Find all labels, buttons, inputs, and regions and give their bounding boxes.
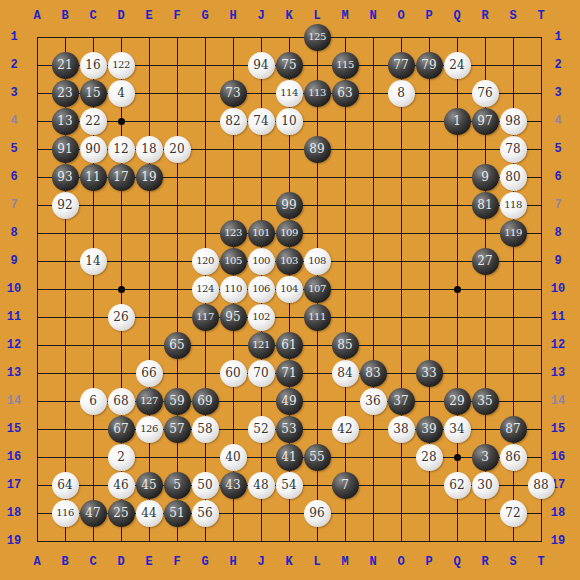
stone-white-62-Q17: 62	[444, 472, 471, 499]
stone-black-83-N13: 83	[360, 360, 387, 387]
row-label-left-9: 9	[10, 255, 17, 267]
col-label-bottom-K: K	[285, 556, 292, 568]
stone-black-91-B5: 91	[52, 136, 79, 163]
stone-black-57-F15: 57	[164, 416, 191, 443]
row-label-left-7: 7	[10, 199, 17, 211]
stone-white-58-G15: 58	[192, 416, 219, 443]
stone-black-5-F17: 5	[164, 472, 191, 499]
col-label-top-B: B	[61, 10, 68, 22]
stone-white-38-O15: 38	[388, 416, 415, 443]
row-label-left-6: 6	[10, 171, 17, 183]
stone-white-10-K4: 10	[276, 108, 303, 135]
stone-black-113-L3: 113	[304, 80, 331, 107]
col-label-bottom-J: J	[257, 556, 264, 568]
stone-black-7-M17: 7	[332, 472, 359, 499]
col-label-bottom-H: H	[229, 556, 236, 568]
stone-white-96-L18: 96	[304, 500, 331, 527]
stone-white-22-C4: 22	[80, 108, 107, 135]
stone-white-68-D14: 68	[108, 388, 135, 415]
col-label-bottom-A: A	[33, 556, 40, 568]
stone-white-20-F5: 20	[164, 136, 191, 163]
stone-black-67-D15: 67	[108, 416, 135, 443]
stone-black-63-M3: 63	[332, 80, 359, 107]
col-label-top-D: D	[117, 10, 124, 22]
row-label-left-14: 14	[7, 395, 21, 407]
stone-black-49-K14: 49	[276, 388, 303, 415]
row-label-left-2: 2	[10, 59, 17, 71]
stone-black-79-P2: 79	[416, 52, 443, 79]
stone-white-84-M13: 84	[332, 360, 359, 387]
col-label-top-A: A	[33, 10, 40, 22]
col-label-top-J: J	[257, 10, 264, 22]
stone-white-114-K3: 114	[276, 80, 303, 107]
stone-white-106-J10: 106	[248, 276, 275, 303]
row-label-left-3: 3	[10, 87, 17, 99]
stone-black-55-L16: 55	[304, 444, 331, 471]
stone-white-60-H13: 60	[220, 360, 247, 387]
col-label-bottom-B: B	[61, 556, 68, 568]
stone-white-24-Q2: 24	[444, 52, 471, 79]
stone-white-118-S7: 118	[500, 192, 527, 219]
stone-black-77-O2: 77	[388, 52, 415, 79]
stone-black-23-B3: 23	[52, 80, 79, 107]
col-label-bottom-F: F	[173, 556, 180, 568]
stone-white-70-J13: 70	[248, 360, 275, 387]
stone-black-125-L1: 125	[304, 24, 331, 51]
stone-white-46-D17: 46	[108, 472, 135, 499]
stone-black-75-K2: 75	[276, 52, 303, 79]
stone-black-119-S8: 119	[500, 220, 527, 247]
stone-white-92-B7: 92	[52, 192, 79, 219]
row-label-left-16: 16	[7, 451, 21, 463]
stone-white-82-H4: 82	[220, 108, 247, 135]
stone-white-98-S4: 98	[500, 108, 527, 135]
row-label-left-17: 17	[7, 479, 21, 491]
col-label-top-N: N	[369, 10, 376, 22]
stone-black-29-Q14: 29	[444, 388, 471, 415]
stone-white-52-J15: 52	[248, 416, 275, 443]
stone-white-90-C5: 90	[80, 136, 107, 163]
stone-white-124-G10: 124	[192, 276, 219, 303]
col-label-top-T: T	[537, 10, 544, 22]
row-label-right-5: 5	[554, 143, 561, 155]
stone-black-61-K12: 61	[276, 332, 303, 359]
col-label-bottom-G: G	[201, 556, 208, 568]
stones-layer[interactable]: 1234567891011121314151617181920212223242…	[23, 23, 555, 555]
stone-black-35-R14: 35	[472, 388, 499, 415]
col-label-top-E: E	[145, 10, 152, 22]
stone-white-36-N14: 36	[360, 388, 387, 415]
stone-black-115-M2: 115	[332, 52, 359, 79]
row-label-left-13: 13	[7, 367, 21, 379]
stone-white-14-C9: 14	[80, 248, 107, 275]
stone-black-27-R9: 27	[472, 248, 499, 275]
stone-white-30-R17: 30	[472, 472, 499, 499]
stone-white-110-H10: 110	[220, 276, 247, 303]
stone-black-15-C3: 15	[80, 80, 107, 107]
stone-white-72-S18: 72	[500, 500, 527, 527]
stone-black-43-H17: 43	[220, 472, 247, 499]
col-label-top-Q: Q	[453, 10, 460, 22]
stone-black-123-H8: 123	[220, 220, 247, 247]
go-board[interactable]: AABBCCDDEEFFGGHHJJKKLLMMNNOOPPQQRRSSTT11…	[0, 0, 580, 580]
row-label-left-4: 4	[10, 115, 17, 127]
stone-black-105-H9: 105	[220, 248, 247, 275]
stone-black-87-S15: 87	[500, 416, 527, 443]
row-label-left-19: 19	[7, 535, 21, 547]
stone-white-108-L9: 108	[304, 248, 331, 275]
stone-black-13-B4: 13	[52, 108, 79, 135]
stone-black-65-F12: 65	[164, 332, 191, 359]
col-label-bottom-O: O	[397, 556, 404, 568]
stone-white-102-J11: 102	[248, 304, 275, 331]
stone-white-74-J4: 74	[248, 108, 275, 135]
stone-black-37-O14: 37	[388, 388, 415, 415]
row-label-right-8: 8	[554, 227, 561, 239]
stone-white-44-E18: 44	[136, 500, 163, 527]
col-label-bottom-T: T	[537, 556, 544, 568]
row-label-right-9: 9	[554, 255, 561, 267]
stone-black-41-K16: 41	[276, 444, 303, 471]
stone-white-54-K17: 54	[276, 472, 303, 499]
col-label-top-C: C	[89, 10, 96, 22]
col-label-bottom-N: N	[369, 556, 376, 568]
col-label-top-H: H	[229, 10, 236, 22]
stone-white-120-G9: 120	[192, 248, 219, 275]
col-label-top-O: O	[397, 10, 404, 22]
col-label-bottom-L: L	[313, 556, 320, 568]
stone-black-9-R6: 9	[472, 164, 499, 191]
stone-black-3-R16: 3	[472, 444, 499, 471]
stone-black-19-E6: 19	[136, 164, 163, 191]
row-label-left-10: 10	[7, 283, 21, 295]
stone-black-1-Q4: 1	[444, 108, 471, 135]
row-label-left-11: 11	[7, 311, 21, 323]
stone-black-93-B6: 93	[52, 164, 79, 191]
row-label-right-3: 3	[554, 87, 561, 99]
col-label-top-R: R	[481, 10, 488, 22]
row-label-left-5: 5	[10, 143, 17, 155]
stone-white-104-K10: 104	[276, 276, 303, 303]
stone-white-26-D11: 26	[108, 304, 135, 331]
stone-black-97-R4: 97	[472, 108, 499, 135]
stone-black-17-D6: 17	[108, 164, 135, 191]
stone-black-73-H3: 73	[220, 80, 247, 107]
stone-white-8-O3: 8	[388, 80, 415, 107]
stone-white-42-M15: 42	[332, 416, 359, 443]
row-label-right-6: 6	[554, 171, 561, 183]
row-label-left-8: 8	[10, 227, 17, 239]
stone-black-117-G11: 117	[192, 304, 219, 331]
stone-black-47-C18: 47	[80, 500, 107, 527]
stone-white-126-E15: 126	[136, 416, 163, 443]
stone-white-34-Q15: 34	[444, 416, 471, 443]
stone-black-85-M12: 85	[332, 332, 359, 359]
stone-black-25-D18: 25	[108, 500, 135, 527]
stone-black-81-R7: 81	[472, 192, 499, 219]
row-label-right-1: 1	[554, 31, 561, 43]
stone-white-18-E5: 18	[136, 136, 163, 163]
stone-black-95-H11: 95	[220, 304, 247, 331]
stone-white-94-J2: 94	[248, 52, 275, 79]
row-label-right-4: 4	[554, 115, 561, 127]
col-label-bottom-M: M	[341, 556, 348, 568]
stone-white-76-R3: 76	[472, 80, 499, 107]
stone-white-80-S6: 80	[500, 164, 527, 191]
stone-black-11-C6: 11	[80, 164, 107, 191]
col-label-bottom-S: S	[509, 556, 516, 568]
stone-black-45-E17: 45	[136, 472, 163, 499]
stone-black-121-J12: 121	[248, 332, 275, 359]
row-label-left-18: 18	[7, 507, 21, 519]
stone-black-59-F14: 59	[164, 388, 191, 415]
stone-black-99-K7: 99	[276, 192, 303, 219]
stone-black-127-E14: 127	[136, 388, 163, 415]
stone-white-40-H16: 40	[220, 444, 247, 471]
col-label-top-M: M	[341, 10, 348, 22]
stone-white-100-J9: 100	[248, 248, 275, 275]
stone-white-88-T17: 88	[528, 472, 555, 499]
stone-white-28-P16: 28	[416, 444, 443, 471]
stone-white-2-D16: 2	[108, 444, 135, 471]
stone-black-33-P13: 33	[416, 360, 443, 387]
col-label-bottom-D: D	[117, 556, 124, 568]
col-label-bottom-R: R	[481, 556, 488, 568]
stone-white-4-D3: 4	[108, 80, 135, 107]
stone-white-50-G17: 50	[192, 472, 219, 499]
stone-white-78-S5: 78	[500, 136, 527, 163]
stone-white-116-B18: 116	[52, 500, 79, 527]
stone-black-111-L11: 111	[304, 304, 331, 331]
stone-black-109-K8: 109	[276, 220, 303, 247]
stone-black-21-B2: 21	[52, 52, 79, 79]
stone-black-101-J8: 101	[248, 220, 275, 247]
stone-white-86-S16: 86	[500, 444, 527, 471]
col-label-top-S: S	[509, 10, 516, 22]
col-label-top-G: G	[201, 10, 208, 22]
col-label-bottom-Q: Q	[453, 556, 460, 568]
col-label-top-L: L	[313, 10, 320, 22]
col-label-top-F: F	[173, 10, 180, 22]
stone-black-107-L10: 107	[304, 276, 331, 303]
row-label-right-7: 7	[554, 199, 561, 211]
row-label-left-12: 12	[7, 339, 21, 351]
row-label-right-2: 2	[554, 59, 561, 71]
stone-white-6-C14: 6	[80, 388, 107, 415]
stone-white-16-C2: 16	[80, 52, 107, 79]
stone-black-53-K15: 53	[276, 416, 303, 443]
col-label-top-P: P	[425, 10, 432, 22]
stone-white-12-D5: 12	[108, 136, 135, 163]
stone-black-69-G14: 69	[192, 388, 219, 415]
stone-black-103-K9: 103	[276, 248, 303, 275]
stone-black-71-K13: 71	[276, 360, 303, 387]
col-label-top-K: K	[285, 10, 292, 22]
stone-white-64-B17: 64	[52, 472, 79, 499]
col-label-bottom-E: E	[145, 556, 152, 568]
stone-black-39-P15: 39	[416, 416, 443, 443]
stone-white-66-E13: 66	[136, 360, 163, 387]
col-label-bottom-C: C	[89, 556, 96, 568]
stone-white-48-J17: 48	[248, 472, 275, 499]
stone-black-51-F18: 51	[164, 500, 191, 527]
col-label-bottom-P: P	[425, 556, 432, 568]
stone-white-56-G18: 56	[192, 500, 219, 527]
row-label-left-15: 15	[7, 423, 21, 435]
stone-white-122-D2: 122	[108, 52, 135, 79]
stone-black-89-L5: 89	[304, 136, 331, 163]
row-label-left-1: 1	[10, 31, 17, 43]
